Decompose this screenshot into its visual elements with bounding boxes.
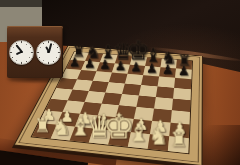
board-square <box>105 82 125 94</box>
board-square <box>89 81 109 93</box>
black-pawn-piece: ♟ <box>68 55 79 68</box>
board-square: ♜ <box>168 136 189 153</box>
white-rook-piece: ♜ <box>33 116 50 135</box>
black-pawn-piece: ♟ <box>84 57 96 70</box>
board-square <box>139 85 158 97</box>
black-pawn-piece: ♟ <box>177 64 189 77</box>
board-square <box>154 97 173 110</box>
black-pawn-piece: ♟ <box>145 62 157 75</box>
clock-face-left <box>9 40 34 65</box>
board-square <box>173 88 191 100</box>
white-knight-piece: ♞ <box>148 126 168 148</box>
black-pawn-piece: ♟ <box>130 60 142 73</box>
chess-scene-photo: ♜♞♝♛♚♝♞♜♟♟♟♟♟♟♟♟♟♟♟♟♟♟♟♟♜♞♝♛♚♝♞♜ <box>0 0 240 165</box>
white-bishop-piece: ♝ <box>127 121 149 146</box>
white-rook-piece: ♜ <box>169 130 187 150</box>
black-pawn-piece: ♟ <box>99 58 111 71</box>
board-square <box>122 84 141 96</box>
board-square <box>172 99 191 112</box>
board-square: ♝ <box>128 132 150 148</box>
chess-board-scene: ♜♞♝♛♚♝♞♜♟♟♟♟♟♟♟♟♟♟♟♟♟♟♟♟♜♞♝♛♚♝♞♜ <box>42 14 202 165</box>
board-square <box>141 75 159 86</box>
black-pawn-piece: ♟ <box>114 59 126 72</box>
clock-face-right <box>36 40 61 65</box>
white-knight-piece: ♞ <box>51 116 71 138</box>
clock-left-center-pin <box>20 51 23 54</box>
board-square: ♞ <box>148 134 170 151</box>
chess-clock <box>7 26 63 78</box>
black-pawn-piece: ♟ <box>161 63 173 76</box>
speaker-grille <box>0 0 42 7</box>
board-square <box>174 78 191 89</box>
clock-right-center-pin <box>47 51 50 54</box>
